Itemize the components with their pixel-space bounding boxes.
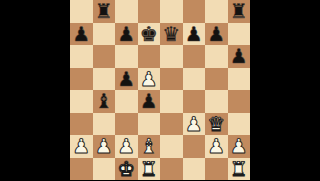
square-e1[interactable] bbox=[160, 158, 183, 181]
square-b7[interactable] bbox=[93, 23, 116, 46]
piece-black-pawn: ♟ bbox=[117, 22, 135, 45]
square-a5[interactable] bbox=[70, 68, 93, 91]
square-h6[interactable]: ♟ bbox=[228, 45, 251, 68]
square-c4[interactable] bbox=[115, 90, 138, 113]
square-b8[interactable]: ♜ bbox=[93, 0, 116, 23]
square-a3[interactable] bbox=[70, 113, 93, 136]
square-h8[interactable]: ♜ bbox=[228, 0, 251, 23]
square-h2[interactable]: ♟ bbox=[228, 135, 251, 158]
square-f4[interactable] bbox=[183, 90, 206, 113]
square-f5[interactable] bbox=[183, 68, 206, 91]
video-frame: ♜♜♟♟♚♛♟♟♟♟♟♝♟♟♛♟♟♟♝♟♟♚♜♜ bbox=[0, 0, 320, 180]
square-a4[interactable] bbox=[70, 90, 93, 113]
piece-black-rook: ♜ bbox=[95, 0, 113, 22]
piece-black-king: ♚ bbox=[140, 22, 158, 45]
square-g3[interactable]: ♛ bbox=[205, 113, 228, 136]
piece-black-pawn: ♟ bbox=[207, 22, 225, 45]
square-g7[interactable]: ♟ bbox=[205, 23, 228, 46]
piece-black-queen: ♛ bbox=[162, 22, 180, 45]
square-h5[interactable] bbox=[228, 68, 251, 91]
square-a1[interactable] bbox=[70, 158, 93, 181]
square-b1[interactable] bbox=[93, 158, 116, 181]
piece-white-pawn: ♟ bbox=[207, 135, 225, 158]
square-e7[interactable]: ♛ bbox=[160, 23, 183, 46]
square-b5[interactable] bbox=[93, 68, 116, 91]
square-f7[interactable]: ♟ bbox=[183, 23, 206, 46]
piece-white-pawn: ♟ bbox=[140, 67, 158, 90]
square-d5[interactable]: ♟ bbox=[138, 68, 161, 91]
square-f1[interactable] bbox=[183, 158, 206, 181]
square-d1[interactable]: ♜ bbox=[138, 158, 161, 181]
piece-white-rook: ♜ bbox=[140, 157, 158, 180]
square-f8[interactable] bbox=[183, 0, 206, 23]
piece-white-king: ♚ bbox=[117, 157, 135, 180]
square-e8[interactable] bbox=[160, 0, 183, 23]
letterbox-right bbox=[250, 0, 320, 180]
square-g2[interactable]: ♟ bbox=[205, 135, 228, 158]
square-f6[interactable] bbox=[183, 45, 206, 68]
piece-black-pawn: ♟ bbox=[72, 22, 90, 45]
square-c1[interactable]: ♚ bbox=[115, 158, 138, 181]
square-a2[interactable]: ♟ bbox=[70, 135, 93, 158]
piece-black-pawn: ♟ bbox=[185, 22, 203, 45]
square-f2[interactable] bbox=[183, 135, 206, 158]
piece-white-pawn: ♟ bbox=[95, 135, 113, 158]
square-d4[interactable]: ♟ bbox=[138, 90, 161, 113]
square-g6[interactable] bbox=[205, 45, 228, 68]
square-c6[interactable] bbox=[115, 45, 138, 68]
square-e3[interactable] bbox=[160, 113, 183, 136]
square-g1[interactable] bbox=[205, 158, 228, 181]
piece-black-pawn: ♟ bbox=[140, 90, 158, 113]
square-b3[interactable] bbox=[93, 113, 116, 136]
square-b4[interactable]: ♝ bbox=[93, 90, 116, 113]
piece-white-queen: ♛ bbox=[207, 112, 225, 135]
piece-black-pawn: ♟ bbox=[117, 67, 135, 90]
square-e2[interactable] bbox=[160, 135, 183, 158]
piece-black-rook: ♜ bbox=[230, 0, 248, 22]
square-c7[interactable]: ♟ bbox=[115, 23, 138, 46]
piece-white-pawn: ♟ bbox=[230, 135, 248, 158]
square-f3[interactable]: ♟ bbox=[183, 113, 206, 136]
square-a7[interactable]: ♟ bbox=[70, 23, 93, 46]
square-e5[interactable] bbox=[160, 68, 183, 91]
square-c2[interactable]: ♟ bbox=[115, 135, 138, 158]
chess-board: ♜♜♟♟♚♛♟♟♟♟♟♝♟♟♛♟♟♟♝♟♟♚♜♜ bbox=[70, 0, 250, 180]
square-g5[interactable] bbox=[205, 68, 228, 91]
square-a8[interactable] bbox=[70, 0, 93, 23]
square-h4[interactable] bbox=[228, 90, 251, 113]
square-e6[interactable] bbox=[160, 45, 183, 68]
square-d2[interactable]: ♝ bbox=[138, 135, 161, 158]
square-c5[interactable]: ♟ bbox=[115, 68, 138, 91]
square-d7[interactable]: ♚ bbox=[138, 23, 161, 46]
square-d3[interactable] bbox=[138, 113, 161, 136]
square-g8[interactable] bbox=[205, 0, 228, 23]
square-d8[interactable] bbox=[138, 0, 161, 23]
square-g4[interactable] bbox=[205, 90, 228, 113]
square-a6[interactable] bbox=[70, 45, 93, 68]
piece-black-pawn: ♟ bbox=[230, 45, 248, 68]
letterbox-left bbox=[0, 0, 70, 180]
square-e4[interactable] bbox=[160, 90, 183, 113]
piece-white-rook: ♜ bbox=[230, 157, 248, 180]
piece-white-pawn: ♟ bbox=[72, 135, 90, 158]
square-c8[interactable] bbox=[115, 0, 138, 23]
piece-black-bishop: ♝ bbox=[95, 90, 113, 113]
piece-white-bishop: ♝ bbox=[140, 135, 158, 158]
square-b6[interactable] bbox=[93, 45, 116, 68]
square-c3[interactable] bbox=[115, 113, 138, 136]
piece-white-pawn: ♟ bbox=[185, 112, 203, 135]
square-h1[interactable]: ♜ bbox=[228, 158, 251, 181]
square-h7[interactable] bbox=[228, 23, 251, 46]
square-b2[interactable]: ♟ bbox=[93, 135, 116, 158]
square-h3[interactable] bbox=[228, 113, 251, 136]
square-d6[interactable] bbox=[138, 45, 161, 68]
piece-white-pawn: ♟ bbox=[117, 135, 135, 158]
